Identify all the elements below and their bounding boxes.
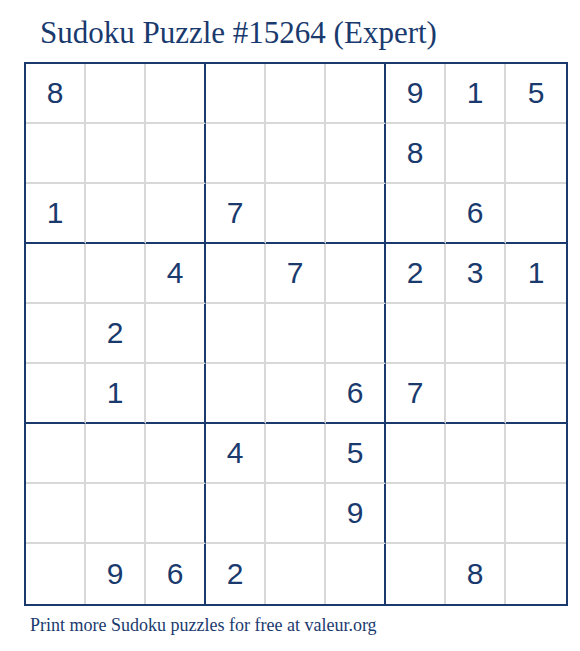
cell-r9c6 — [326, 544, 386, 604]
cell-r6c4 — [206, 364, 266, 424]
cell-r7c4: 4 — [206, 424, 266, 484]
cell-r4c5: 7 — [266, 244, 326, 304]
cell-r1c1: 8 — [26, 64, 86, 124]
cell-r7c8 — [446, 424, 506, 484]
cell-r8c5 — [266, 484, 326, 544]
cell-r7c9 — [506, 424, 566, 484]
cell-r2c7: 8 — [386, 124, 446, 184]
cell-r6c6: 6 — [326, 364, 386, 424]
cell-r3c3 — [146, 184, 206, 244]
cell-r8c8 — [446, 484, 506, 544]
cell-r7c3 — [146, 424, 206, 484]
cell-r2c5 — [266, 124, 326, 184]
cell-r9c1 — [26, 544, 86, 604]
cell-r8c3 — [146, 484, 206, 544]
cell-r4c9: 1 — [506, 244, 566, 304]
cell-r5c3 — [146, 304, 206, 364]
cell-r5c1 — [26, 304, 86, 364]
cell-r1c9: 5 — [506, 64, 566, 124]
cell-r4c6 — [326, 244, 386, 304]
cell-r9c4: 2 — [206, 544, 266, 604]
cell-r1c8: 1 — [446, 64, 506, 124]
cell-r8c4 — [206, 484, 266, 544]
sudoku-board: 891581764723121674599628 — [24, 62, 568, 606]
cell-r3c1: 1 — [26, 184, 86, 244]
cell-r9c5 — [266, 544, 326, 604]
cell-r7c2 — [86, 424, 146, 484]
cell-r4c3: 4 — [146, 244, 206, 304]
cell-r1c6 — [326, 64, 386, 124]
cell-r4c7: 2 — [386, 244, 446, 304]
cell-r6c5 — [266, 364, 326, 424]
cell-r4c8: 3 — [446, 244, 506, 304]
cell-r9c2: 9 — [86, 544, 146, 604]
cell-r6c8 — [446, 364, 506, 424]
cell-r8c7 — [386, 484, 446, 544]
page-title: Sudoku Puzzle #15264 (Expert) — [40, 16, 437, 50]
cell-r2c3 — [146, 124, 206, 184]
cell-r2c9 — [506, 124, 566, 184]
cell-r9c8: 8 — [446, 544, 506, 604]
cell-r1c2 — [86, 64, 146, 124]
cell-r4c4 — [206, 244, 266, 304]
cell-r3c2 — [86, 184, 146, 244]
cell-r2c2 — [86, 124, 146, 184]
cell-r5c6 — [326, 304, 386, 364]
cell-r6c2: 1 — [86, 364, 146, 424]
cell-r5c8 — [446, 304, 506, 364]
cell-r5c2: 2 — [86, 304, 146, 364]
cell-r9c7 — [386, 544, 446, 604]
footer-text: Print more Sudoku puzzles for free at va… — [30, 614, 377, 636]
cell-r2c8 — [446, 124, 506, 184]
cell-r5c7 — [386, 304, 446, 364]
cell-r3c6 — [326, 184, 386, 244]
cell-r5c9 — [506, 304, 566, 364]
cell-r8c9 — [506, 484, 566, 544]
cell-r6c9 — [506, 364, 566, 424]
cell-r4c1 — [26, 244, 86, 304]
cell-r3c9 — [506, 184, 566, 244]
cell-r8c1 — [26, 484, 86, 544]
cell-r9c9 — [506, 544, 566, 604]
cell-r2c6 — [326, 124, 386, 184]
cell-r2c4 — [206, 124, 266, 184]
cell-r3c8: 6 — [446, 184, 506, 244]
cell-r1c3 — [146, 64, 206, 124]
cell-r3c5 — [266, 184, 326, 244]
cell-r5c5 — [266, 304, 326, 364]
cell-r7c6: 5 — [326, 424, 386, 484]
cell-r6c1 — [26, 364, 86, 424]
cell-r7c7 — [386, 424, 446, 484]
cell-r6c7: 7 — [386, 364, 446, 424]
cell-r1c5 — [266, 64, 326, 124]
cell-r8c6: 9 — [326, 484, 386, 544]
cell-r3c4: 7 — [206, 184, 266, 244]
cell-r2c1 — [26, 124, 86, 184]
cell-r4c2 — [86, 244, 146, 304]
cell-r8c2 — [86, 484, 146, 544]
cell-r7c5 — [266, 424, 326, 484]
cell-r5c4 — [206, 304, 266, 364]
cell-r6c3 — [146, 364, 206, 424]
cell-r9c3: 6 — [146, 544, 206, 604]
cell-r7c1 — [26, 424, 86, 484]
sudoku-page: Sudoku Puzzle #15264 (Expert) 8915817647… — [0, 0, 580, 651]
cell-r3c7 — [386, 184, 446, 244]
cell-r1c7: 9 — [386, 64, 446, 124]
cell-r1c4 — [206, 64, 266, 124]
